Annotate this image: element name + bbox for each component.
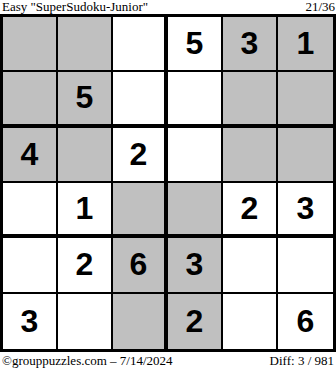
- cell-r5c3-given-6[interactable]: 6: [113, 238, 168, 293]
- cell-r4c1-empty[interactable]: [3, 183, 58, 238]
- cell-r1c5-given-3[interactable]: 3: [223, 17, 278, 72]
- puzzle-title: Easy "SuperSudoku-Junior": [2, 0, 148, 13]
- cell-r5c5-empty[interactable]: [223, 238, 278, 293]
- cell-r4c3-empty[interactable]: [113, 183, 168, 238]
- cell-r6c2-empty[interactable]: [58, 294, 113, 349]
- cell-r1c1-empty[interactable]: [3, 17, 58, 72]
- cell-r3c1-given-4[interactable]: 4: [3, 128, 58, 183]
- cell-r5c1-empty[interactable]: [3, 238, 58, 293]
- cell-r2c4-empty[interactable]: [168, 72, 223, 127]
- cell-r6c5-empty[interactable]: [223, 294, 278, 349]
- cell-r3c4-empty[interactable]: [168, 128, 223, 183]
- page-footer: ©grouppuzzles.com – 7/14/2024 Diff: 3 / …: [0, 354, 336, 370]
- cell-r3c3-given-2[interactable]: 2: [113, 128, 168, 183]
- cell-r2c6-empty[interactable]: [278, 72, 333, 127]
- cell-r1c3-empty[interactable]: [113, 17, 168, 72]
- puzzle-counter: 21/36: [305, 0, 335, 13]
- cell-r2c2-given-5[interactable]: 5: [58, 72, 113, 127]
- difficulty-text: Diff: 3 / 981: [270, 354, 334, 368]
- cell-r1c6-given-1[interactable]: 1: [278, 17, 333, 72]
- cell-r2c3-empty[interactable]: [113, 72, 168, 127]
- cell-r4c6-given-3[interactable]: 3: [278, 183, 333, 238]
- cell-r6c3-empty[interactable]: [113, 294, 168, 349]
- cell-r3c2-empty[interactable]: [58, 128, 113, 183]
- cell-r6c4-given-2[interactable]: 2: [168, 294, 223, 349]
- cell-r4c4-empty[interactable]: [168, 183, 223, 238]
- cell-r2c5-empty[interactable]: [223, 72, 278, 127]
- cell-r1c2-empty[interactable]: [58, 17, 113, 72]
- cell-r4c2-given-1[interactable]: 1: [58, 183, 113, 238]
- cell-r3c5-empty[interactable]: [223, 128, 278, 183]
- cell-r3c6-empty[interactable]: [278, 128, 333, 183]
- cell-r5c6-empty[interactable]: [278, 238, 333, 293]
- cell-r1c4-given-5[interactable]: 5: [168, 17, 223, 72]
- cell-r2c1-empty[interactable]: [3, 72, 58, 127]
- cell-r5c4-given-3[interactable]: 3: [168, 238, 223, 293]
- cell-r6c1-given-3[interactable]: 3: [3, 294, 58, 349]
- cell-r6c6-given-6[interactable]: 6: [278, 294, 333, 349]
- page-header: Easy "SuperSudoku-Junior" 21/36: [0, 0, 336, 14]
- copyright-text: ©grouppuzzles.com – 7/14/2024: [2, 354, 173, 368]
- cell-r5c2-given-2[interactable]: 2: [58, 238, 113, 293]
- sudoku-board: 531542123263326: [0, 14, 336, 352]
- cell-r4c5-given-2[interactable]: 2: [223, 183, 278, 238]
